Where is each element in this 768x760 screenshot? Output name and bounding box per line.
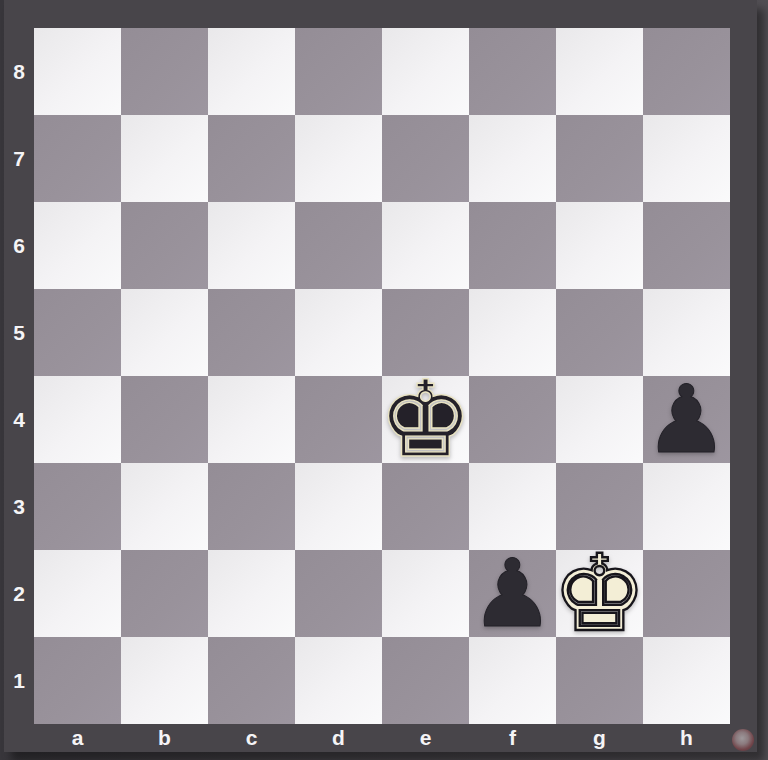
black-pawn[interactable]: ♟ bbox=[644, 376, 728, 463]
square-d2[interactable] bbox=[295, 550, 382, 637]
rank-label-4: 4 bbox=[4, 376, 34, 463]
square-d3[interactable] bbox=[295, 463, 382, 550]
square-e3[interactable] bbox=[382, 463, 469, 550]
rank-label-2: 2 bbox=[4, 550, 34, 637]
rank-label-1: 1 bbox=[4, 637, 34, 724]
square-c4[interactable] bbox=[208, 376, 295, 463]
black-pawn[interactable]: ♟ bbox=[470, 550, 554, 637]
square-c2[interactable] bbox=[208, 550, 295, 637]
square-g8[interactable] bbox=[556, 28, 643, 115]
rank-label-8: 8 bbox=[4, 28, 34, 115]
square-f4[interactable] bbox=[469, 376, 556, 463]
square-b1[interactable] bbox=[121, 637, 208, 724]
file-labels: abcdefgh bbox=[34, 724, 730, 752]
square-b8[interactable] bbox=[121, 28, 208, 115]
square-d7[interactable] bbox=[295, 115, 382, 202]
square-c6[interactable] bbox=[208, 202, 295, 289]
square-a1[interactable] bbox=[34, 637, 121, 724]
square-e6[interactable] bbox=[382, 202, 469, 289]
rank-labels: 87654321 bbox=[4, 28, 34, 724]
file-label-f: f bbox=[469, 724, 556, 752]
square-h8[interactable] bbox=[643, 28, 730, 115]
square-h2[interactable] bbox=[643, 550, 730, 637]
square-b4[interactable] bbox=[121, 376, 208, 463]
board-frame: 87654321 abcdefgh ♚♟♟♚ bbox=[4, 0, 757, 752]
square-c5[interactable] bbox=[208, 289, 295, 376]
square-g1[interactable] bbox=[556, 637, 643, 724]
square-b6[interactable] bbox=[121, 202, 208, 289]
square-c1[interactable] bbox=[208, 637, 295, 724]
rank-label-5: 5 bbox=[4, 289, 34, 376]
black-king[interactable]: ♚ bbox=[378, 376, 473, 463]
file-label-g: g bbox=[556, 724, 643, 752]
square-g7[interactable] bbox=[556, 115, 643, 202]
square-a7[interactable] bbox=[34, 115, 121, 202]
file-label-c: c bbox=[208, 724, 295, 752]
square-h7[interactable] bbox=[643, 115, 730, 202]
square-b5[interactable] bbox=[121, 289, 208, 376]
square-h6[interactable] bbox=[643, 202, 730, 289]
file-label-d: d bbox=[295, 724, 382, 752]
square-a8[interactable] bbox=[34, 28, 121, 115]
square-c3[interactable] bbox=[208, 463, 295, 550]
square-f7[interactable] bbox=[469, 115, 556, 202]
square-h4[interactable]: ♟ bbox=[643, 376, 730, 463]
square-e8[interactable] bbox=[382, 28, 469, 115]
square-f3[interactable] bbox=[469, 463, 556, 550]
rank-label-3: 3 bbox=[4, 463, 34, 550]
corner-badge-icon bbox=[732, 729, 754, 751]
square-e1[interactable] bbox=[382, 637, 469, 724]
square-h5[interactable] bbox=[643, 289, 730, 376]
square-f2[interactable]: ♟ bbox=[469, 550, 556, 637]
square-g6[interactable] bbox=[556, 202, 643, 289]
square-f5[interactable] bbox=[469, 289, 556, 376]
rank-label-6: 6 bbox=[4, 202, 34, 289]
square-f6[interactable] bbox=[469, 202, 556, 289]
square-a3[interactable] bbox=[34, 463, 121, 550]
square-a4[interactable] bbox=[34, 376, 121, 463]
square-d4[interactable] bbox=[295, 376, 382, 463]
square-a5[interactable] bbox=[34, 289, 121, 376]
square-c7[interactable] bbox=[208, 115, 295, 202]
square-f1[interactable] bbox=[469, 637, 556, 724]
square-g4[interactable] bbox=[556, 376, 643, 463]
square-b2[interactable] bbox=[121, 550, 208, 637]
square-e7[interactable] bbox=[382, 115, 469, 202]
file-label-h: h bbox=[643, 724, 730, 752]
file-label-b: b bbox=[121, 724, 208, 752]
square-b7[interactable] bbox=[121, 115, 208, 202]
file-label-a: a bbox=[34, 724, 121, 752]
square-d6[interactable] bbox=[295, 202, 382, 289]
square-a2[interactable] bbox=[34, 550, 121, 637]
square-h1[interactable] bbox=[643, 637, 730, 724]
rank-label-7: 7 bbox=[4, 115, 34, 202]
square-c8[interactable] bbox=[208, 28, 295, 115]
square-a6[interactable] bbox=[34, 202, 121, 289]
square-g5[interactable] bbox=[556, 289, 643, 376]
square-b3[interactable] bbox=[121, 463, 208, 550]
white-king[interactable]: ♚ bbox=[552, 550, 647, 637]
square-d5[interactable] bbox=[295, 289, 382, 376]
square-d1[interactable] bbox=[295, 637, 382, 724]
file-label-e: e bbox=[382, 724, 469, 752]
square-e2[interactable] bbox=[382, 550, 469, 637]
chess-board: ♚♟♟♚ bbox=[34, 28, 730, 724]
square-e4[interactable]: ♚ bbox=[382, 376, 469, 463]
square-f8[interactable] bbox=[469, 28, 556, 115]
square-g2[interactable]: ♚ bbox=[556, 550, 643, 637]
square-d8[interactable] bbox=[295, 28, 382, 115]
square-h3[interactable] bbox=[643, 463, 730, 550]
